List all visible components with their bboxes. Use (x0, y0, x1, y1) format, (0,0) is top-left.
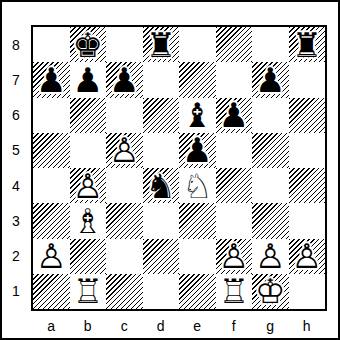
rank-label-1: 1 (6, 274, 26, 309)
piece-white-pawn[interactable]: ♟♙ (216, 239, 253, 274)
square-c4[interactable] (106, 168, 143, 203)
piece-black-rook[interactable]: ♜ (143, 27, 180, 62)
black-rook-icon: ♜ (292, 28, 322, 62)
square-e4[interactable]: ♞♘ (179, 168, 216, 203)
square-h6[interactable] (289, 98, 326, 133)
file-label-a: a (33, 315, 70, 337)
square-d7[interactable] (143, 62, 180, 97)
square-e3[interactable] (179, 203, 216, 238)
square-h5[interactable] (289, 133, 326, 168)
rank-label-7: 7 (6, 62, 26, 97)
rank-label-2: 2 (6, 239, 26, 274)
square-d2[interactable] (143, 239, 180, 274)
white-rook-icon: ♖ (73, 274, 103, 308)
white-pawn-icon: ♙ (36, 239, 66, 273)
square-c6[interactable] (106, 98, 143, 133)
square-d8[interactable]: ♜ (143, 27, 180, 62)
square-a6[interactable] (33, 98, 70, 133)
square-g5[interactable] (252, 133, 289, 168)
piece-white-pawn[interactable]: ♟♙ (70, 168, 107, 203)
black-pawn-icon: ♟ (73, 63, 103, 97)
rank-labels: 87654321 (6, 27, 26, 309)
file-label-c: c (106, 315, 143, 337)
piece-white-bishop[interactable]: ♝♗ (70, 203, 107, 238)
white-pawn-icon: ♙ (73, 169, 103, 203)
square-a8[interactable] (33, 27, 70, 62)
square-e8[interactable] (179, 27, 216, 62)
square-b1[interactable]: ♜♖ (70, 274, 107, 309)
file-labels: abcdefgh (33, 315, 325, 337)
square-b5[interactable] (70, 133, 107, 168)
piece-black-pawn[interactable]: ♟ (179, 133, 216, 168)
white-knight-icon: ♘ (182, 169, 212, 203)
piece-black-pawn[interactable]: ♟ (33, 62, 70, 97)
square-c5[interactable]: ♟♙ (106, 133, 143, 168)
black-king-icon: ♚ (73, 28, 103, 62)
white-pawn-icon: ♙ (219, 239, 249, 273)
black-pawn-icon: ♟ (36, 63, 66, 97)
file-label-d: d (143, 315, 180, 337)
black-rook-icon: ♜ (146, 28, 176, 62)
rank-label-8: 8 (6, 27, 26, 62)
square-e6[interactable]: ♝ (179, 98, 216, 133)
square-b8[interactable]: ♚ (70, 27, 107, 62)
piece-black-pawn[interactable]: ♟ (252, 62, 289, 97)
square-e1[interactable] (179, 274, 216, 309)
black-pawn-icon: ♟ (255, 63, 285, 97)
black-knight-icon: ♞ (146, 169, 176, 203)
square-h7[interactable] (289, 62, 326, 97)
square-c7[interactable]: ♟ (106, 62, 143, 97)
square-c1[interactable] (106, 274, 143, 309)
square-g8[interactable] (252, 27, 289, 62)
square-f2[interactable]: ♟♙ (216, 239, 253, 274)
rank-label-5: 5 (6, 133, 26, 168)
square-a3[interactable] (33, 203, 70, 238)
piece-white-knight[interactable]: ♞♘ (179, 168, 216, 203)
square-f8[interactable] (216, 27, 253, 62)
square-g2[interactable]: ♟♙ (252, 239, 289, 274)
piece-black-knight[interactable]: ♞ (143, 168, 180, 203)
square-h3[interactable] (289, 203, 326, 238)
square-g6[interactable] (252, 98, 289, 133)
square-h8[interactable]: ♜ (289, 27, 326, 62)
square-a2[interactable]: ♟♙ (33, 239, 70, 274)
square-f7[interactable] (216, 62, 253, 97)
square-f1[interactable]: ♜♖ (216, 274, 253, 309)
file-label-e: e (179, 315, 216, 337)
black-bishop-icon: ♝ (182, 98, 212, 132)
square-b7[interactable]: ♟ (70, 62, 107, 97)
black-pawn-icon: ♟ (109, 63, 139, 97)
file-label-f: f (216, 315, 253, 337)
square-a5[interactable] (33, 133, 70, 168)
square-a4[interactable] (33, 168, 70, 203)
square-a7[interactable]: ♟ (33, 62, 70, 97)
rank-label-6: 6 (6, 98, 26, 133)
square-h2[interactable]: ♟♙ (289, 239, 326, 274)
piece-white-pawn[interactable]: ♟♙ (252, 239, 289, 274)
square-b4[interactable]: ♟♙ (70, 168, 107, 203)
black-pawn-icon: ♟ (182, 133, 212, 167)
piece-white-pawn[interactable]: ♟♙ (33, 239, 70, 274)
square-c3[interactable] (106, 203, 143, 238)
square-f4[interactable] (216, 168, 253, 203)
square-c2[interactable] (106, 239, 143, 274)
square-g4[interactable] (252, 168, 289, 203)
square-b6[interactable] (70, 98, 107, 133)
square-b3[interactable]: ♝♗ (70, 203, 107, 238)
square-b2[interactable] (70, 239, 107, 274)
square-d3[interactable] (143, 203, 180, 238)
square-e7[interactable] (179, 62, 216, 97)
square-g7[interactable]: ♟ (252, 62, 289, 97)
file-label-b: b (70, 315, 107, 337)
square-g3[interactable] (252, 203, 289, 238)
rank-label-4: 4 (6, 168, 26, 203)
white-rook-icon: ♖ (219, 274, 249, 308)
file-label-h: h (289, 315, 326, 337)
white-pawn-icon: ♙ (292, 239, 322, 273)
square-d1[interactable] (143, 274, 180, 309)
square-f6[interactable]: ♟ (216, 98, 253, 133)
chess-diagram: 87654321 ♚♜♜♟♟♟♟♝♟♟♙♟♟♙♞♞♘♝♗♟♙♟♙♟♙♟♙♜♖♜♖… (0, 0, 340, 340)
square-a1[interactable] (33, 274, 70, 309)
piece-black-pawn[interactable]: ♟ (106, 62, 143, 97)
white-king-icon: ♔ (255, 274, 285, 308)
piece-black-bishop[interactable]: ♝ (179, 98, 216, 133)
square-c8[interactable] (106, 27, 143, 62)
piece-white-rook[interactable]: ♜♖ (70, 274, 107, 309)
square-e5[interactable]: ♟ (179, 133, 216, 168)
square-h1[interactable] (289, 274, 326, 309)
black-pawn-icon: ♟ (219, 98, 249, 132)
piece-white-rook[interactable]: ♜♖ (216, 274, 253, 309)
piece-black-king[interactable]: ♚ (70, 27, 107, 62)
white-pawn-icon: ♙ (109, 133, 139, 167)
square-f3[interactable] (216, 203, 253, 238)
file-label-g: g (252, 315, 289, 337)
rank-label-3: 3 (6, 203, 26, 238)
piece-black-rook[interactable]: ♜ (289, 27, 326, 62)
piece-white-king[interactable]: ♚♔ (252, 274, 289, 309)
square-d6[interactable] (143, 98, 180, 133)
white-bishop-icon: ♗ (73, 204, 103, 238)
chess-board: ♚♜♜♟♟♟♟♝♟♟♙♟♟♙♞♞♘♝♗♟♙♟♙♟♙♟♙♜♖♜♖♚♔ (31, 25, 327, 311)
square-d4[interactable]: ♞ (143, 168, 180, 203)
piece-black-pawn[interactable]: ♟ (70, 62, 107, 97)
piece-black-pawn[interactable]: ♟ (216, 98, 253, 133)
white-pawn-icon: ♙ (255, 239, 285, 273)
square-h4[interactable] (289, 168, 326, 203)
piece-white-pawn[interactable]: ♟♙ (289, 239, 326, 274)
piece-white-pawn[interactable]: ♟♙ (106, 133, 143, 168)
square-e2[interactable] (179, 239, 216, 274)
square-d5[interactable] (143, 133, 180, 168)
square-g1[interactable]: ♚♔ (252, 274, 289, 309)
square-f5[interactable] (216, 133, 253, 168)
